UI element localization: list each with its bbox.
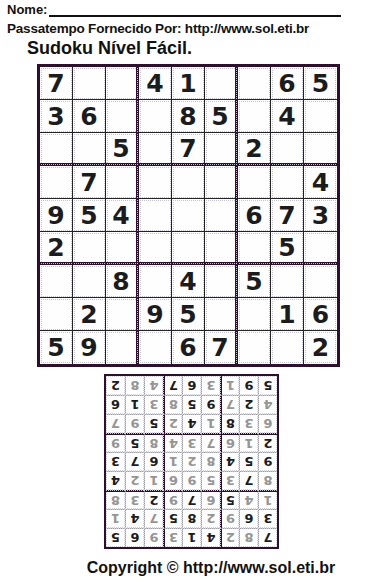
cell-r7c2[interactable] <box>73 265 106 298</box>
solution-cell-r2c7: 7 <box>144 509 163 528</box>
solution-cell-r5c8: 7 <box>125 452 144 471</box>
cell-r7c4[interactable] <box>139 265 172 298</box>
puzzle-title: Sudoku Nível Fácil. <box>27 38 192 59</box>
cell-r8c4[interactable]: 9 <box>139 298 172 331</box>
solution-cell-r1c6: 3 <box>163 528 182 547</box>
solution-cell-r5c4: 8 <box>201 452 220 471</box>
cell-r8c9[interactable]: 6 <box>304 298 337 331</box>
cell-r4c2[interactable]: 7 <box>73 166 106 199</box>
cell-r6c5[interactable] <box>172 232 205 265</box>
cell-r5c8[interactable]: 7 <box>271 199 304 232</box>
cell-r5c2[interactable]: 5 <box>73 199 106 232</box>
solution-cell-r4c7: 1 <box>144 471 163 490</box>
cell-r9c1[interactable]: 5 <box>40 331 73 364</box>
solution-cell-r2c9: 1 <box>106 509 125 528</box>
provider-text: Passatempo Fornecido Por: http://www.sol… <box>7 21 377 36</box>
solution-cell-r1c8: 6 <box>125 528 144 547</box>
solution-cell-r8c4: 9 <box>201 395 220 414</box>
solution-cell-r6c4: 7 <box>201 433 220 452</box>
solution-cell-r7c8: 9 <box>125 414 144 433</box>
cell-r5c7[interactable]: 6 <box>238 199 271 232</box>
solution-cell-r9c9: 2 <box>106 376 125 395</box>
sudoku-grid[interactable]: 741653685457274954673258452951659672 <box>37 64 340 367</box>
cell-r1c7[interactable] <box>238 67 271 100</box>
cell-r3c1[interactable] <box>40 133 73 166</box>
cell-r9c7[interactable] <box>238 331 271 364</box>
cell-r8c8[interactable]: 1 <box>271 298 304 331</box>
solution-cell-r9c4: 3 <box>201 376 220 395</box>
solution-cell-r3c4: 6 <box>201 490 220 509</box>
solution-cell-r4c9: 4 <box>106 471 125 490</box>
name-fill-line[interactable] <box>49 2 341 17</box>
solution-cell-r3c5: 7 <box>182 490 201 509</box>
cell-r7c1[interactable] <box>40 265 73 298</box>
cell-r2c7[interactable] <box>238 100 271 133</box>
sudoku-page: Nome: Passatempo Fornecido Por: http://w… <box>0 0 380 585</box>
solution-cell-r7c6: 2 <box>163 414 182 433</box>
solution-cell-r4c4: 5 <box>201 471 220 490</box>
cell-r5c9[interactable]: 3 <box>304 199 337 232</box>
solution-cell-r5c9: 3 <box>106 452 125 471</box>
cell-r2c3[interactable] <box>106 100 139 133</box>
solution-cell-r7c4: 1 <box>201 414 220 433</box>
cell-r9c2[interactable]: 9 <box>73 331 106 364</box>
solution-cell-r6c8: 5 <box>125 433 144 452</box>
solution-cell-r4c8: 2 <box>125 471 144 490</box>
cell-r1c9[interactable]: 5 <box>304 67 337 100</box>
cell-r6c9[interactable] <box>304 232 337 265</box>
cell-r8c7[interactable] <box>238 298 271 331</box>
cell-r1c6[interactable] <box>205 67 238 100</box>
solution-cell-r3c6: 9 <box>163 490 182 509</box>
solution-cell-r2c2: 6 <box>239 509 258 528</box>
solution-cell-r8c2: 2 <box>239 395 258 414</box>
cell-r2c8[interactable]: 4 <box>271 100 304 133</box>
solution-cell-r7c3: 8 <box>220 414 239 433</box>
solution-cell-r9c5: 6 <box>182 376 201 395</box>
solution-cell-r2c3: 9 <box>220 509 239 528</box>
cell-r7c7[interactable]: 5 <box>238 265 271 298</box>
cell-r3c4[interactable] <box>139 133 172 166</box>
solution-cell-r9c2: 9 <box>239 376 258 395</box>
solution-cell-r1c2: 8 <box>239 528 258 547</box>
solution-cell-r8c7: 3 <box>144 395 163 414</box>
solution-cell-r7c7: 5 <box>144 414 163 433</box>
cell-r9c4[interactable] <box>139 331 172 364</box>
name-label: Nome: <box>7 2 47 17</box>
solution-cell-r1c5: 1 <box>182 528 201 547</box>
solution-cell-r3c1: 1 <box>258 490 277 509</box>
cell-r5c3[interactable]: 4 <box>106 199 139 232</box>
cell-r5c6[interactable] <box>205 199 238 232</box>
cell-r3c7[interactable]: 2 <box>238 133 271 166</box>
solution-cell-r4c2: 7 <box>239 471 258 490</box>
cell-r6c4[interactable] <box>139 232 172 265</box>
cell-r2c6[interactable]: 5 <box>205 100 238 133</box>
solution-cell-r4c6: 6 <box>163 471 182 490</box>
solution-cell-r3c8: 3 <box>125 490 144 509</box>
solution-cell-r5c5: 2 <box>182 452 201 471</box>
solution-cell-r6c6: 4 <box>163 433 182 452</box>
cell-r9c6[interactable]: 7 <box>205 331 238 364</box>
solution-cell-r9c6: 7 <box>163 376 182 395</box>
solution-cell-r8c9: 6 <box>106 395 125 414</box>
cell-r1c4[interactable]: 4 <box>139 67 172 100</box>
cell-r4c4[interactable] <box>139 166 172 199</box>
solution-cell-r2c6: 5 <box>163 509 182 528</box>
solution-cell-r3c2: 4 <box>239 490 258 509</box>
cell-r6c7[interactable] <box>238 232 271 265</box>
cell-r3c8[interactable] <box>271 133 304 166</box>
solution-cell-r3c3: 5 <box>220 490 239 509</box>
cell-r3c6[interactable] <box>205 133 238 166</box>
cell-r7c8[interactable] <box>271 265 304 298</box>
cell-r7c3[interactable]: 8 <box>106 265 139 298</box>
solution-cell-r6c7: 8 <box>144 433 163 452</box>
cell-r9c9[interactable]: 2 <box>304 331 337 364</box>
cell-r4c5[interactable] <box>172 166 205 199</box>
cell-r5c5[interactable] <box>172 199 205 232</box>
cell-r8c2[interactable]: 2 <box>73 298 106 331</box>
cell-r1c2[interactable] <box>73 67 106 100</box>
cell-r7c5[interactable]: 4 <box>172 265 205 298</box>
name-row: Nome: <box>7 2 341 17</box>
cell-r4c7[interactable] <box>238 166 271 199</box>
solution-cell-r9c7: 4 <box>144 376 163 395</box>
cell-r5c1[interactable]: 9 <box>40 199 73 232</box>
cell-r2c2[interactable]: 6 <box>73 100 106 133</box>
cell-r6c8[interactable]: 5 <box>271 232 304 265</box>
cell-r3c5[interactable]: 7 <box>172 133 205 166</box>
cell-r1c8[interactable]: 6 <box>271 67 304 100</box>
cell-r4c3[interactable] <box>106 166 139 199</box>
solution-cell-r6c1: 2 <box>258 433 277 452</box>
cell-r4c1[interactable] <box>40 166 73 199</box>
cell-r2c9[interactable] <box>304 100 337 133</box>
solution-cell-r8c8: 1 <box>125 395 144 414</box>
cell-r1c3[interactable] <box>106 67 139 100</box>
solution-cell-r7c2: 3 <box>239 414 258 433</box>
cell-r9c5[interactable]: 6 <box>172 331 205 364</box>
cell-r8c3[interactable] <box>106 298 139 331</box>
solution-cell-r5c7: 6 <box>144 452 163 471</box>
solution-grid-rotated: 7824139653692857411456792388735961249548… <box>104 374 279 549</box>
cell-r7c9[interactable] <box>304 265 337 298</box>
solution-cell-r5c2: 5 <box>239 452 258 471</box>
cell-r6c2[interactable] <box>73 232 106 265</box>
solution-cell-r4c1: 8 <box>258 471 277 490</box>
cell-r9c8[interactable] <box>271 331 304 364</box>
solution-cell-r2c4: 2 <box>201 509 220 528</box>
solution-cell-r9c3: 1 <box>220 376 239 395</box>
solution-cell-r6c9: 9 <box>106 433 125 452</box>
solution-cell-r5c1: 9 <box>258 452 277 471</box>
cell-r8c1[interactable] <box>40 298 73 331</box>
cell-r2c1[interactable]: 3 <box>40 100 73 133</box>
solution-cell-r4c5: 9 <box>182 471 201 490</box>
solution-cell-r2c1: 3 <box>258 509 277 528</box>
cell-r6c6[interactable] <box>205 232 238 265</box>
cell-r4c9[interactable]: 4 <box>304 166 337 199</box>
solution-cell-r7c9: 7 <box>106 414 125 433</box>
cell-r6c1[interactable]: 2 <box>40 232 73 265</box>
cell-r8c5[interactable]: 5 <box>172 298 205 331</box>
solution-cell-r5c3: 4 <box>220 452 239 471</box>
solution-cell-r1c4: 4 <box>201 528 220 547</box>
solution-cell-r3c9: 8 <box>106 490 125 509</box>
solution-cell-r8c6: 8 <box>163 395 182 414</box>
cell-r3c9[interactable] <box>304 133 337 166</box>
cell-r7c6[interactable] <box>205 265 238 298</box>
solution-cell-r5c6: 1 <box>163 452 182 471</box>
solution-cell-r6c3: 6 <box>220 433 239 452</box>
solution-cell-r7c1: 6 <box>258 414 277 433</box>
solution-cell-r4c3: 3 <box>220 471 239 490</box>
solution-cell-r8c3: 7 <box>220 395 239 414</box>
solution-cell-r2c8: 4 <box>125 509 144 528</box>
cell-r3c3[interactable]: 5 <box>106 133 139 166</box>
cell-r1c1[interactable]: 7 <box>40 67 73 100</box>
solution-cell-r7c5: 4 <box>182 414 201 433</box>
cell-r8c6[interactable] <box>205 298 238 331</box>
solution-cell-r3c7: 2 <box>144 490 163 509</box>
cell-r9c3[interactable] <box>106 331 139 364</box>
cell-r4c6[interactable] <box>205 166 238 199</box>
cell-r4c8[interactable] <box>271 166 304 199</box>
solution-cell-r9c1: 5 <box>258 376 277 395</box>
cell-r2c4[interactable] <box>139 100 172 133</box>
solution-cell-r1c3: 2 <box>220 528 239 547</box>
solution-cell-r6c5: 3 <box>182 433 201 452</box>
solution-cell-r1c9: 5 <box>106 528 125 547</box>
cell-r2c5[interactable]: 8 <box>172 100 205 133</box>
cell-r5c4[interactable] <box>139 199 172 232</box>
solution-cell-r1c7: 9 <box>144 528 163 547</box>
solution-cell-r6c2: 1 <box>239 433 258 452</box>
solution-cell-r8c5: 5 <box>182 395 201 414</box>
solution-cell-r2c5: 8 <box>182 509 201 528</box>
cell-r3c2[interactable] <box>73 133 106 166</box>
cell-r1c5[interactable]: 1 <box>172 67 205 100</box>
cell-r6c3[interactable] <box>106 232 139 265</box>
solution-cell-r9c8: 8 <box>125 376 144 395</box>
solution-cell-r8c1: 4 <box>258 395 277 414</box>
solution-cell-r1c1: 7 <box>258 528 277 547</box>
copyright-text: Copyright © http://www.sol.eti.br <box>42 559 380 577</box>
